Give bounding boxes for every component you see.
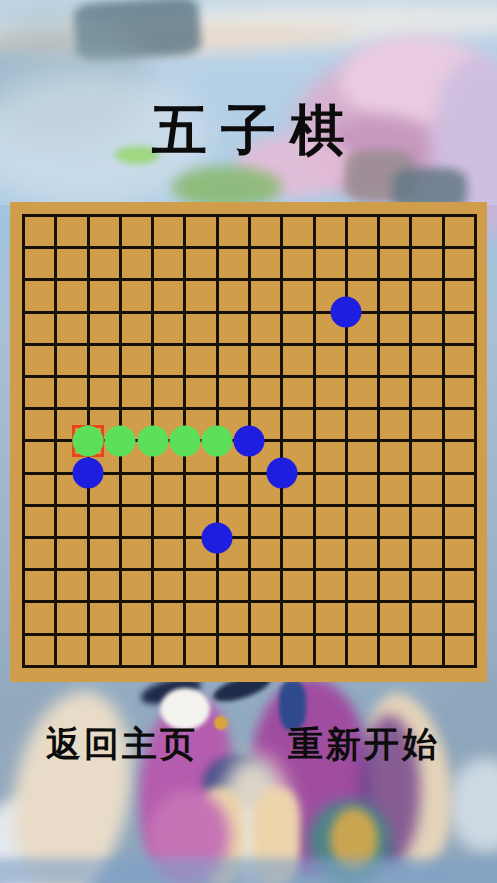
green-stone <box>202 425 233 456</box>
char-beads-blue <box>279 680 306 730</box>
gomoku-app: 五子棋 返回主页 重新开始 <box>0 0 497 883</box>
gomoku-board[interactable] <box>10 202 487 682</box>
bg-water-glint <box>0 858 497 883</box>
blue-stone <box>266 458 297 489</box>
restart-button[interactable]: 重新开始 <box>288 725 440 764</box>
green-stone <box>73 425 104 456</box>
blue-stone <box>331 297 362 328</box>
char-flower-gold <box>214 716 228 730</box>
green-stone <box>105 425 136 456</box>
blue-stone <box>202 522 233 553</box>
home-button[interactable]: 返回主页 <box>46 725 198 764</box>
page-title: 五子棋 <box>0 100 497 161</box>
blue-stone <box>73 458 104 489</box>
green-stone <box>169 425 200 456</box>
green-stone <box>137 425 168 456</box>
blue-stone <box>234 425 265 456</box>
stones-layer <box>22 214 477 668</box>
